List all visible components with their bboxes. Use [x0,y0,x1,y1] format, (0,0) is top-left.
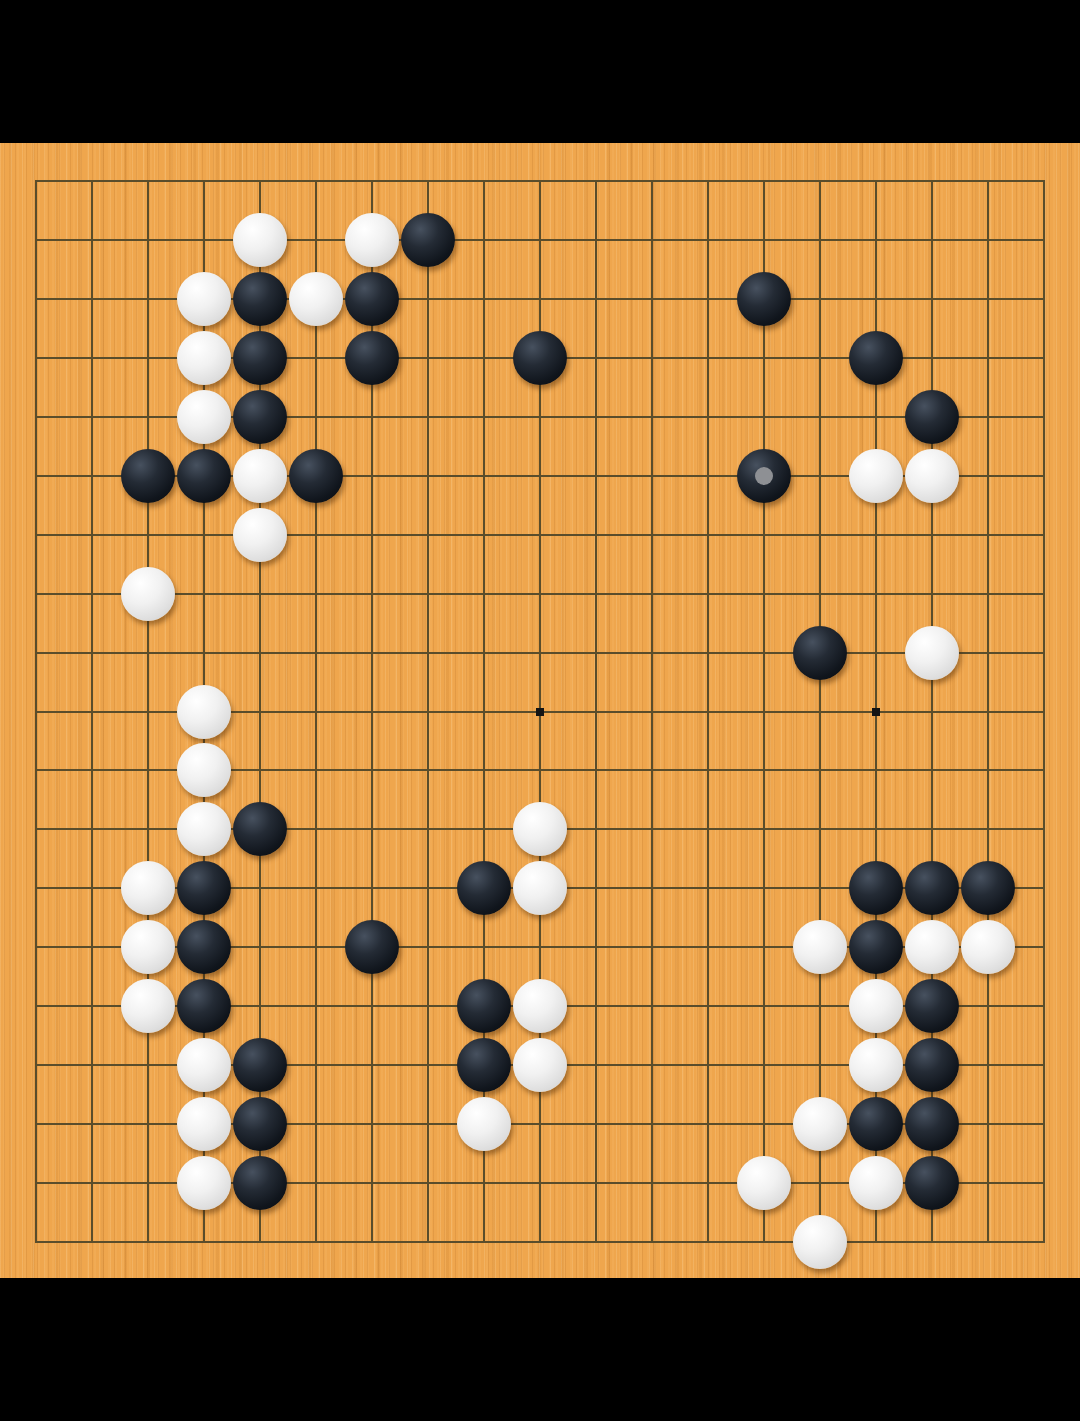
app-screen [0,0,1080,1421]
white-stone [793,920,847,974]
black-stone [233,1097,287,1151]
star-point [872,708,880,716]
black-stone [457,861,511,915]
black-stone [177,920,231,974]
black-stone [961,861,1015,915]
white-stone [233,508,287,562]
black-stone [233,1156,287,1210]
white-stone [961,920,1015,974]
white-stone [849,1156,903,1210]
white-stone [793,1097,847,1151]
grid-line-vertical [763,180,765,1243]
white-stone [121,861,175,915]
white-stone [905,449,959,503]
black-stone [737,272,791,326]
grid-line-horizontal [35,1241,1045,1243]
black-stone [905,390,959,444]
top-letterbox-bar [0,0,1080,143]
white-stone [233,213,287,267]
white-stone [849,449,903,503]
black-stone [177,449,231,503]
white-stone [513,1038,567,1092]
white-stone [905,626,959,680]
black-stone [289,449,343,503]
black-stone [849,331,903,385]
white-stone [177,1038,231,1092]
black-stone [513,331,567,385]
black-stone [345,920,399,974]
bottom-letterbox-bar [0,1278,1080,1421]
grid-line-vertical [987,180,989,1243]
white-stone [177,743,231,797]
white-stone [177,390,231,444]
white-stone [849,1038,903,1092]
black-stone [905,979,959,1033]
black-stone [233,390,287,444]
grid-line-vertical [651,180,653,1243]
black-stone [233,802,287,856]
white-stone [737,1156,791,1210]
grid-line-vertical [819,180,821,1243]
grid-line-vertical [595,180,597,1243]
black-stone [457,1038,511,1092]
black-stone [233,272,287,326]
black-stone [177,861,231,915]
white-stone [289,272,343,326]
black-stone [121,449,175,503]
white-stone [121,920,175,974]
black-stone [737,449,791,503]
black-stone [345,331,399,385]
white-stone [513,861,567,915]
black-stone [905,1097,959,1151]
go-board[interactable] [0,143,1080,1278]
black-stone [849,920,903,974]
white-stone [513,979,567,1033]
white-stone [121,979,175,1033]
white-stone [849,979,903,1033]
star-point [536,708,544,716]
black-stone [233,1038,287,1092]
white-stone [513,802,567,856]
black-stone [905,1156,959,1210]
black-stone [457,979,511,1033]
black-stone [849,1097,903,1151]
white-stone [177,1156,231,1210]
white-stone [345,213,399,267]
white-stone [905,920,959,974]
white-stone [177,272,231,326]
white-stone [177,1097,231,1151]
black-stone [905,861,959,915]
black-stone [177,979,231,1033]
white-stone [177,802,231,856]
white-stone [457,1097,511,1151]
white-stone [233,449,287,503]
black-stone [345,272,399,326]
white-stone [177,685,231,739]
grid-line-vertical [1043,180,1045,1243]
white-stone [121,567,175,621]
white-stone [793,1215,847,1269]
grid-line-vertical [707,180,709,1243]
black-stone [849,861,903,915]
black-stone [233,331,287,385]
black-stone [905,1038,959,1092]
black-stone [401,213,455,267]
white-stone [177,331,231,385]
last-move-marker [755,467,773,485]
black-stone [793,626,847,680]
